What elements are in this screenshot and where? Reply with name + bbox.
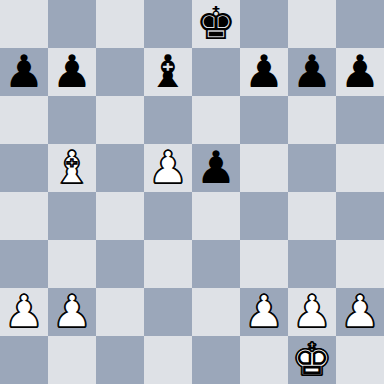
white-king: ♚	[292, 336, 332, 384]
square-d7[interactable]: ♝	[144, 48, 192, 96]
square-c8[interactable]	[96, 0, 144, 48]
white-pawn: ♟	[292, 288, 332, 336]
square-f2[interactable]: ♟	[240, 288, 288, 336]
square-d8[interactable]	[144, 0, 192, 48]
white-pawn: ♟	[148, 144, 188, 192]
square-e7[interactable]	[192, 48, 240, 96]
square-b1[interactable]	[48, 336, 96, 384]
square-e1[interactable]	[192, 336, 240, 384]
square-h3[interactable]	[336, 240, 384, 288]
square-g7[interactable]: ♟	[288, 48, 336, 96]
white-pawn: ♟	[4, 288, 44, 336]
square-a2[interactable]: ♟	[0, 288, 48, 336]
black-pawn: ♟	[52, 48, 92, 96]
square-b7[interactable]: ♟	[48, 48, 96, 96]
square-c5[interactable]	[96, 144, 144, 192]
square-e5[interactable]: ♟	[192, 144, 240, 192]
square-e4[interactable]	[192, 192, 240, 240]
black-pawn: ♟	[196, 144, 236, 192]
square-f6[interactable]	[240, 96, 288, 144]
square-h5[interactable]	[336, 144, 384, 192]
white-bishop: ♝	[52, 144, 92, 192]
square-e6[interactable]	[192, 96, 240, 144]
square-g4[interactable]	[288, 192, 336, 240]
square-a7[interactable]: ♟	[0, 48, 48, 96]
square-h8[interactable]	[336, 0, 384, 48]
square-b2[interactable]: ♟	[48, 288, 96, 336]
square-g1[interactable]: ♚	[288, 336, 336, 384]
black-pawn: ♟	[4, 48, 44, 96]
white-pawn: ♟	[244, 288, 284, 336]
square-d2[interactable]	[144, 288, 192, 336]
square-g6[interactable]	[288, 96, 336, 144]
black-pawn: ♟	[340, 48, 380, 96]
square-d6[interactable]	[144, 96, 192, 144]
square-c6[interactable]	[96, 96, 144, 144]
square-g2[interactable]: ♟	[288, 288, 336, 336]
square-e8[interactable]: ♚	[192, 0, 240, 48]
chess-board: ♚♟♟♝♟♟♟♝♟♟♟♟♟♟♟♚	[0, 0, 384, 384]
square-c3[interactable]	[96, 240, 144, 288]
square-a5[interactable]	[0, 144, 48, 192]
white-pawn: ♟	[52, 288, 92, 336]
square-g5[interactable]	[288, 144, 336, 192]
square-h4[interactable]	[336, 192, 384, 240]
square-a8[interactable]	[0, 0, 48, 48]
square-g8[interactable]	[288, 0, 336, 48]
square-g3[interactable]	[288, 240, 336, 288]
black-bishop: ♝	[148, 48, 188, 96]
square-b6[interactable]	[48, 96, 96, 144]
square-b4[interactable]	[48, 192, 96, 240]
square-f7[interactable]: ♟	[240, 48, 288, 96]
white-pawn: ♟	[340, 288, 380, 336]
square-h7[interactable]: ♟	[336, 48, 384, 96]
square-f4[interactable]	[240, 192, 288, 240]
square-b5[interactable]: ♝	[48, 144, 96, 192]
square-d1[interactable]	[144, 336, 192, 384]
square-f1[interactable]	[240, 336, 288, 384]
square-f5[interactable]	[240, 144, 288, 192]
square-c7[interactable]	[96, 48, 144, 96]
square-h6[interactable]	[336, 96, 384, 144]
black-pawn: ♟	[292, 48, 332, 96]
square-f3[interactable]	[240, 240, 288, 288]
square-e2[interactable]	[192, 288, 240, 336]
square-f8[interactable]	[240, 0, 288, 48]
square-h1[interactable]	[336, 336, 384, 384]
square-d4[interactable]	[144, 192, 192, 240]
square-a1[interactable]	[0, 336, 48, 384]
square-e3[interactable]	[192, 240, 240, 288]
black-pawn: ♟	[244, 48, 284, 96]
square-c1[interactable]	[96, 336, 144, 384]
square-d5[interactable]: ♟	[144, 144, 192, 192]
square-h2[interactable]: ♟	[336, 288, 384, 336]
square-c4[interactable]	[96, 192, 144, 240]
square-c2[interactable]	[96, 288, 144, 336]
square-a6[interactable]	[0, 96, 48, 144]
square-a4[interactable]	[0, 192, 48, 240]
black-king: ♚	[196, 0, 236, 48]
square-b3[interactable]	[48, 240, 96, 288]
square-d3[interactable]	[144, 240, 192, 288]
square-b8[interactable]	[48, 0, 96, 48]
square-a3[interactable]	[0, 240, 48, 288]
